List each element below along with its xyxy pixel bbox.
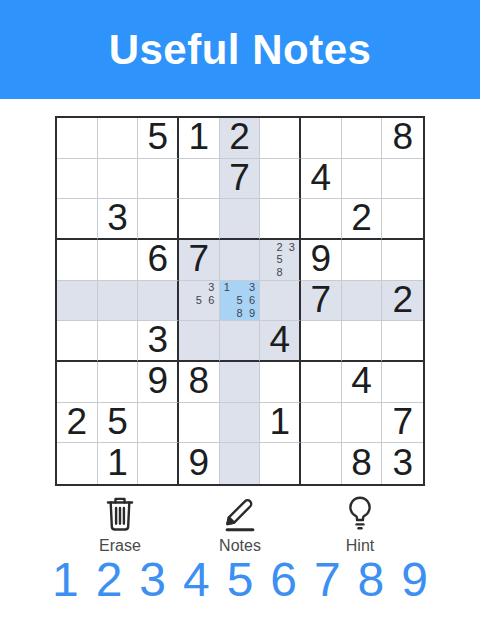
- cell-r8c2[interactable]: 5: [98, 403, 139, 444]
- numpad-9[interactable]: 9: [401, 556, 428, 604]
- given-digit: 2: [229, 118, 250, 155]
- given-digit: 9: [311, 240, 332, 277]
- given-digit: 2: [392, 281, 413, 318]
- cell-r2c4[interactable]: [179, 159, 220, 200]
- cell-r2c6[interactable]: [260, 159, 301, 200]
- cell-r3c8[interactable]: 2: [342, 199, 383, 240]
- cell-r4c2[interactable]: [98, 240, 139, 281]
- given-digit: 7: [311, 281, 332, 318]
- cell-r2c5[interactable]: 7: [220, 159, 261, 200]
- cell-r1c7[interactable]: [301, 118, 342, 159]
- given-digit: 3: [107, 199, 128, 236]
- cell-r1c6[interactable]: [260, 118, 301, 159]
- hint-button[interactable]: Hint: [300, 493, 420, 555]
- cell-r3c9[interactable]: [382, 199, 423, 240]
- given-digit: 1: [107, 444, 128, 481]
- cell-r5c4[interactable]: 356: [179, 281, 220, 322]
- cell-r9c3[interactable]: [138, 443, 179, 484]
- cell-r4c5[interactable]: [220, 240, 261, 281]
- given-digit: 7: [229, 159, 250, 196]
- number-pad: 123456789: [52, 556, 428, 604]
- given-digit: 7: [189, 240, 210, 277]
- cell-r5c1[interactable]: [57, 281, 98, 322]
- cell-r7c9[interactable]: [382, 362, 423, 403]
- cell-r7c2[interactable]: [98, 362, 139, 403]
- given-digit: 8: [189, 362, 210, 399]
- cell-r6c1[interactable]: [57, 321, 98, 362]
- cell-r9c1[interactable]: [57, 443, 98, 484]
- cell-r9c4[interactable]: 9: [179, 443, 220, 484]
- numpad-2[interactable]: 2: [96, 556, 123, 604]
- trash-icon: [102, 493, 138, 533]
- numpad-1[interactable]: 1: [52, 556, 79, 604]
- cell-r5c7[interactable]: 7: [301, 281, 342, 322]
- cell-r3c3[interactable]: [138, 199, 179, 240]
- numpad-4[interactable]: 4: [183, 556, 210, 604]
- cell-r8c9[interactable]: 7: [382, 403, 423, 444]
- given-digit: 2: [67, 403, 88, 440]
- cell-r8c3[interactable]: [138, 403, 179, 444]
- cell-r5c3[interactable]: [138, 281, 179, 322]
- erase-button[interactable]: Erase: [60, 493, 180, 555]
- cell-r1c4[interactable]: 1: [179, 118, 220, 159]
- pencil-notes: 2358: [261, 241, 298, 279]
- cell-r6c4[interactable]: [179, 321, 220, 362]
- given-digit: 2: [351, 199, 372, 236]
- cell-r2c7[interactable]: 4: [301, 159, 342, 200]
- cell-r7c3[interactable]: 9: [138, 362, 179, 403]
- cell-r8c8[interactable]: [342, 403, 383, 444]
- cell-r2c9[interactable]: [382, 159, 423, 200]
- cell-r8c5[interactable]: [220, 403, 261, 444]
- cell-r5c5[interactable]: 135689: [220, 281, 261, 322]
- given-digit: 6: [147, 240, 168, 277]
- cell-r8c1[interactable]: 2: [57, 403, 98, 444]
- cell-r3c7[interactable]: [301, 199, 342, 240]
- cell-r6c8[interactable]: [342, 321, 383, 362]
- cell-r3c1[interactable]: [57, 199, 98, 240]
- cell-r4c8[interactable]: [342, 240, 383, 281]
- cell-r1c2[interactable]: [98, 118, 139, 159]
- cell-r6c7[interactable]: [301, 321, 342, 362]
- given-digit: 9: [189, 444, 210, 481]
- cell-r9c9[interactable]: 3: [382, 443, 423, 484]
- page-title: Useful Notes: [109, 26, 372, 74]
- given-digit: 1: [189, 118, 210, 155]
- given-digit: 3: [392, 444, 413, 481]
- given-digit: 5: [107, 403, 128, 440]
- cell-r6c2[interactable]: [98, 321, 139, 362]
- cell-r7c8[interactable]: 4: [342, 362, 383, 403]
- cell-r4c1[interactable]: [57, 240, 98, 281]
- numpad-5[interactable]: 5: [227, 556, 254, 604]
- cell-r8c4[interactable]: [179, 403, 220, 444]
- sudoku-board: 512874326723589356135689723498425171983: [55, 116, 425, 486]
- cell-r5c2[interactable]: [98, 281, 139, 322]
- pencil-icon: [222, 493, 258, 533]
- cell-r7c5[interactable]: [220, 362, 261, 403]
- given-digit: 7: [392, 403, 413, 440]
- pencil-notes: 135689: [221, 282, 259, 320]
- cell-r1c9[interactable]: 8: [382, 118, 423, 159]
- cell-r6c6[interactable]: 4: [260, 321, 301, 362]
- cell-r4c6[interactable]: 2358: [260, 240, 301, 281]
- given-digit: 1: [269, 403, 290, 440]
- cell-r4c9[interactable]: [382, 240, 423, 281]
- cell-r9c8[interactable]: 8: [342, 443, 383, 484]
- cell-r9c7[interactable]: [301, 443, 342, 484]
- cell-r3c5[interactable]: [220, 199, 261, 240]
- cell-r5c9[interactable]: 2: [382, 281, 423, 322]
- toolbar: Erase Notes Hint: [60, 493, 420, 555]
- given-digit: 5: [147, 118, 168, 155]
- cell-r3c4[interactable]: [179, 199, 220, 240]
- cell-r1c3[interactable]: 5: [138, 118, 179, 159]
- cell-r9c6[interactable]: [260, 443, 301, 484]
- cell-r1c5[interactable]: 2: [220, 118, 261, 159]
- cell-r2c2[interactable]: [98, 159, 139, 200]
- given-digit: 8: [351, 444, 372, 481]
- cell-r6c3[interactable]: 3: [138, 321, 179, 362]
- cell-r2c3[interactable]: [138, 159, 179, 200]
- lightbulb-icon: [342, 493, 378, 533]
- given-digit: 3: [147, 321, 168, 358]
- cell-r4c7[interactable]: 9: [301, 240, 342, 281]
- cell-r1c8[interactable]: [342, 118, 383, 159]
- cell-r7c6[interactable]: [260, 362, 301, 403]
- given-digit: 4: [269, 321, 290, 358]
- numpad-8[interactable]: 8: [358, 556, 385, 604]
- pencil-notes: 356: [180, 282, 218, 320]
- cell-r3c2[interactable]: 3: [98, 199, 139, 240]
- cell-r8c6[interactable]: 1: [260, 403, 301, 444]
- notes-button[interactable]: Notes: [180, 493, 300, 555]
- cell-r7c7[interactable]: [301, 362, 342, 403]
- cell-r7c4[interactable]: 8: [179, 362, 220, 403]
- given-digit: 4: [311, 159, 332, 196]
- given-digit: 9: [147, 362, 168, 399]
- cell-r9c2[interactable]: 1: [98, 443, 139, 484]
- given-digit: 8: [392, 118, 413, 155]
- cell-r5c8[interactable]: [342, 281, 383, 322]
- cell-r6c5[interactable]: [220, 321, 261, 362]
- cell-r1c1[interactable]: [57, 118, 98, 159]
- header: Useful Notes: [0, 0, 480, 99]
- cell-r7c1[interactable]: [57, 362, 98, 403]
- numpad-3[interactable]: 3: [139, 556, 166, 604]
- cell-r5c6[interactable]: [260, 281, 301, 322]
- cell-r8c7[interactable]: [301, 403, 342, 444]
- given-digit: 4: [351, 362, 372, 399]
- numpad-7[interactable]: 7: [314, 556, 341, 604]
- numpad-6[interactable]: 6: [270, 556, 297, 604]
- cell-r2c1[interactable]: [57, 159, 98, 200]
- cell-r9c5[interactable]: [220, 443, 261, 484]
- cell-r4c3[interactable]: 6: [138, 240, 179, 281]
- cell-r3c6[interactable]: [260, 199, 301, 240]
- cell-r2c8[interactable]: [342, 159, 383, 200]
- cell-r6c9[interactable]: [382, 321, 423, 362]
- cell-r4c4[interactable]: 7: [179, 240, 220, 281]
